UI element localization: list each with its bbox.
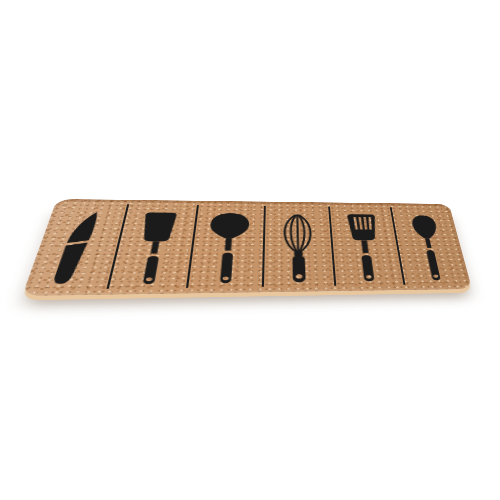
panel-whisk [263,202,336,293]
flat-spatula-icon [115,211,190,287]
spoon-icon [397,213,464,283]
product-photo [0,0,500,500]
round-skimmer-icon [194,211,258,285]
slotted-turner-icon [335,213,398,284]
panel-round-skimmer [186,201,265,294]
panel-spoon [390,203,472,290]
kitchen-mat [22,199,472,296]
whisk-icon [270,212,329,285]
